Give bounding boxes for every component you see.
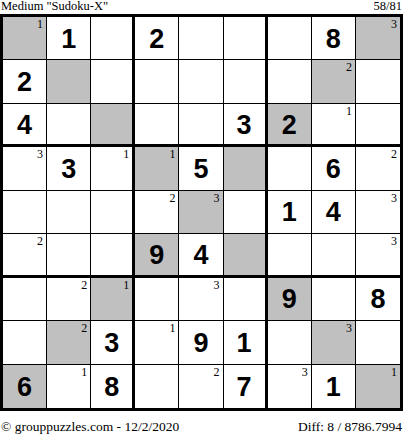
cell-r3c3[interactable] bbox=[91, 104, 135, 147]
cell-r1c6[interactable] bbox=[224, 17, 268, 60]
cell-r6c4[interactable]: 9 bbox=[135, 234, 179, 277]
corner-mark: 3 bbox=[37, 148, 43, 160]
cell-r6c1[interactable]: 2 bbox=[3, 234, 47, 277]
cell-r5c7[interactable]: 1 bbox=[268, 191, 312, 234]
cell-r6c9[interactable]: 3 bbox=[356, 234, 400, 277]
header: Medium "Sudoku-X" 58/81 bbox=[0, 0, 403, 14]
cell-r5c5[interactable]: 3 bbox=[179, 191, 223, 234]
cell-r4c4[interactable]: 1 bbox=[135, 147, 179, 190]
corner-mark: 2 bbox=[391, 148, 397, 160]
cell-r9c6[interactable]: 7 bbox=[224, 365, 268, 408]
cell-r6c7[interactable] bbox=[268, 234, 312, 277]
cell-r5c3[interactable] bbox=[91, 191, 135, 234]
big-digit: 1 bbox=[282, 199, 297, 226]
big-digit: 9 bbox=[282, 286, 297, 313]
big-digit: 7 bbox=[237, 374, 252, 401]
cell-r1c2[interactable]: 1 bbox=[47, 17, 91, 60]
corner-mark: 3 bbox=[214, 192, 220, 204]
cell-r7c8[interactable] bbox=[312, 278, 356, 321]
big-digit: 5 bbox=[193, 156, 208, 183]
corner-mark: 2 bbox=[81, 322, 87, 334]
cell-r4c6[interactable] bbox=[224, 147, 268, 190]
cell-r6c3[interactable] bbox=[91, 234, 135, 277]
puzzle-title: Medium "Sudoku-X" bbox=[1, 0, 108, 13]
cell-r4c3[interactable]: 1 bbox=[91, 147, 135, 190]
cell-r3c5[interactable] bbox=[179, 104, 223, 147]
cell-r9c3[interactable]: 8 bbox=[91, 365, 135, 408]
cell-r5c9[interactable]: 3 bbox=[356, 191, 400, 234]
cell-r7c6[interactable] bbox=[224, 278, 268, 321]
big-digit: 2 bbox=[282, 112, 297, 139]
cell-r7c3[interactable]: 1 bbox=[91, 278, 135, 321]
cell-r2c8[interactable]: 2 bbox=[312, 60, 356, 103]
big-digit: 1 bbox=[61, 26, 76, 53]
cell-r3c1[interactable]: 4 bbox=[3, 104, 47, 147]
cell-r1c9[interactable]: 3 bbox=[356, 17, 400, 60]
corner-mark: 2 bbox=[169, 192, 175, 204]
cell-r6c2[interactable] bbox=[47, 234, 91, 277]
big-digit: 3 bbox=[237, 112, 252, 139]
cell-r2c6[interactable] bbox=[224, 60, 268, 103]
corner-mark: 1 bbox=[123, 148, 129, 160]
cell-r4c7[interactable] bbox=[268, 147, 312, 190]
corner-mark: 3 bbox=[214, 279, 220, 291]
cell-r7c1[interactable] bbox=[3, 278, 47, 321]
corner-mark: 1 bbox=[169, 322, 175, 334]
cell-r7c9[interactable]: 8 bbox=[356, 278, 400, 321]
footer: © grouppuzzles.com - 12/2/2020 Diff: 8 /… bbox=[0, 411, 403, 435]
cell-r4c1[interactable]: 3 bbox=[3, 147, 47, 190]
cell-r8c4[interactable]: 1 bbox=[135, 321, 179, 364]
big-digit: 6 bbox=[17, 374, 32, 401]
cell-r9c8[interactable]: 1 bbox=[312, 365, 356, 408]
cell-r6c6[interactable] bbox=[224, 234, 268, 277]
big-digit: 2 bbox=[149, 26, 164, 53]
cell-r1c1[interactable]: 1 bbox=[3, 17, 47, 60]
cell-r3c2[interactable] bbox=[47, 104, 91, 147]
cell-r8c6[interactable]: 1 bbox=[224, 321, 268, 364]
corner-mark: 3 bbox=[302, 366, 308, 378]
cell-r9c2[interactable]: 1 bbox=[47, 365, 91, 408]
cell-r8c3[interactable]: 3 bbox=[91, 321, 135, 364]
cell-r7c4[interactable] bbox=[135, 278, 179, 321]
cell-r9c7[interactable]: 3 bbox=[268, 365, 312, 408]
corner-mark: 1 bbox=[169, 148, 175, 160]
cell-r9c1[interactable]: 6 bbox=[3, 365, 47, 408]
big-digit: 3 bbox=[61, 156, 76, 183]
cell-r4c8[interactable]: 6 bbox=[312, 147, 356, 190]
cell-r4c5[interactable]: 5 bbox=[179, 147, 223, 190]
corner-mark: 2 bbox=[214, 366, 220, 378]
cell-r9c4[interactable] bbox=[135, 365, 179, 408]
cell-r8c1[interactable] bbox=[3, 321, 47, 364]
difficulty-rating: Diff: 8 / 8786.7994 bbox=[298, 419, 402, 435]
cell-r2c4[interactable] bbox=[135, 60, 179, 103]
cell-r9c5[interactable]: 2 bbox=[179, 365, 223, 408]
big-digit: 8 bbox=[370, 286, 385, 313]
cell-r5c6[interactable] bbox=[224, 191, 268, 234]
cell-r8c5[interactable]: 9 bbox=[179, 321, 223, 364]
big-digit: 9 bbox=[149, 242, 164, 269]
cell-r8c7[interactable] bbox=[268, 321, 312, 364]
corner-mark: 1 bbox=[391, 366, 397, 378]
big-digit: 2 bbox=[17, 69, 32, 96]
corner-mark: 3 bbox=[391, 235, 397, 247]
corner-mark: 1 bbox=[81, 366, 87, 378]
big-digit: 4 bbox=[326, 199, 341, 226]
copyright-credit: © grouppuzzles.com - 12/2/2020 bbox=[1, 419, 179, 435]
big-digit: 6 bbox=[326, 156, 341, 183]
corner-mark: 3 bbox=[391, 18, 397, 30]
cell-r8c2[interactable]: 2 bbox=[47, 321, 91, 364]
cell-r7c5[interactable]: 3 bbox=[179, 278, 223, 321]
big-digit: 1 bbox=[237, 330, 252, 357]
cell-r1c7[interactable] bbox=[268, 17, 312, 60]
cell-r2c7[interactable] bbox=[268, 60, 312, 103]
corner-mark: 1 bbox=[346, 105, 352, 117]
cell-r4c9[interactable]: 2 bbox=[356, 147, 400, 190]
cell-r7c7[interactable]: 9 bbox=[268, 278, 312, 321]
cell-r9c9[interactable]: 1 bbox=[356, 365, 400, 408]
cell-r3c8[interactable]: 1 bbox=[312, 104, 356, 147]
big-digit: 8 bbox=[326, 26, 341, 53]
cell-counter: 58/81 bbox=[374, 0, 402, 13]
big-digit: 8 bbox=[104, 374, 119, 401]
corner-mark: 2 bbox=[37, 235, 43, 247]
cell-r1c8[interactable]: 8 bbox=[312, 17, 356, 60]
cell-r5c4[interactable]: 2 bbox=[135, 191, 179, 234]
big-digit: 9 bbox=[193, 330, 208, 357]
cell-r1c4[interactable]: 2 bbox=[135, 17, 179, 60]
cell-r5c2[interactable] bbox=[47, 191, 91, 234]
big-digit: 4 bbox=[17, 112, 32, 139]
big-digit: 4 bbox=[193, 242, 208, 269]
cell-r8c8[interactable]: 3 bbox=[312, 321, 356, 364]
corner-mark: 2 bbox=[346, 61, 352, 73]
cell-r2c9[interactable] bbox=[356, 60, 400, 103]
cell-r3c7[interactable]: 2 bbox=[268, 104, 312, 147]
cell-r2c2[interactable] bbox=[47, 60, 91, 103]
cell-r6c5[interactable]: 4 bbox=[179, 234, 223, 277]
sudoku-x-board: 1128322432133115622314329432139823191361… bbox=[0, 14, 403, 411]
cell-r3c6[interactable]: 3 bbox=[224, 104, 268, 147]
big-digit: 1 bbox=[326, 374, 341, 401]
corner-mark: 3 bbox=[391, 192, 397, 204]
cell-r2c3[interactable] bbox=[91, 60, 135, 103]
big-digit: 3 bbox=[104, 330, 119, 357]
cell-r3c4[interactable] bbox=[135, 104, 179, 147]
corner-mark: 2 bbox=[81, 279, 87, 291]
corner-mark: 3 bbox=[346, 322, 352, 334]
cell-r6c8[interactable] bbox=[312, 234, 356, 277]
cell-r3c9[interactable] bbox=[356, 104, 400, 147]
cell-r7c2[interactable]: 2 bbox=[47, 278, 91, 321]
cell-r5c8[interactable]: 4 bbox=[312, 191, 356, 234]
cell-r5c1[interactable] bbox=[3, 191, 47, 234]
cell-r2c5[interactable] bbox=[179, 60, 223, 103]
corner-mark: 1 bbox=[123, 279, 129, 291]
cell-r4c2[interactable]: 3 bbox=[47, 147, 91, 190]
cell-r8c9[interactable] bbox=[356, 321, 400, 364]
cell-r1c5[interactable] bbox=[179, 17, 223, 60]
cell-r1c3[interactable] bbox=[91, 17, 135, 60]
corner-mark: 1 bbox=[37, 18, 43, 30]
cell-r2c1[interactable]: 2 bbox=[3, 60, 47, 103]
